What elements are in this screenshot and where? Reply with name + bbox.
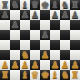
square-a1[interactable]: ♜ — [0, 70, 10, 80]
square-h6[interactable] — [70, 20, 80, 30]
white-pawn[interactable]: ♟ — [1, 60, 10, 70]
black-pawn[interactable]: ♟ — [71, 10, 80, 20]
square-h7[interactable]: ♟ — [70, 10, 80, 20]
square-e1[interactable]: ♚ — [40, 70, 50, 80]
square-g3[interactable] — [60, 50, 70, 60]
square-h2[interactable]: ♟ — [70, 60, 80, 70]
square-d2[interactable]: ♟ — [30, 60, 40, 70]
white-king[interactable]: ♚ — [41, 70, 50, 80]
black-pawn[interactable]: ♟ — [31, 10, 40, 20]
square-b5[interactable] — [10, 30, 20, 40]
square-e8[interactable]: ♚ — [40, 0, 50, 10]
square-d5[interactable] — [30, 30, 40, 40]
white-rook[interactable]: ♜ — [1, 70, 10, 80]
square-h5[interactable] — [70, 30, 80, 40]
square-a4[interactable] — [0, 40, 10, 50]
square-b7[interactable] — [10, 10, 20, 20]
square-g2[interactable]: ♟ — [60, 60, 70, 70]
square-b3[interactable] — [10, 50, 20, 60]
black-rook[interactable]: ♜ — [1, 0, 10, 10]
square-g1[interactable]: ♞ — [60, 70, 70, 80]
black-pawn[interactable]: ♟ — [11, 20, 20, 30]
square-g6[interactable] — [60, 20, 70, 30]
square-c4[interactable] — [20, 40, 30, 50]
square-e7[interactable] — [40, 10, 50, 20]
white-pawn[interactable]: ♟ — [61, 60, 70, 70]
black-knight[interactable]: ♞ — [61, 0, 70, 10]
square-f4[interactable] — [50, 40, 60, 50]
square-e4[interactable] — [40, 40, 50, 50]
square-c7[interactable]: ♟ — [20, 10, 30, 20]
square-e2[interactable] — [40, 60, 50, 70]
white-knight[interactable]: ♞ — [61, 70, 70, 80]
square-f2[interactable]: ♟ — [50, 60, 60, 70]
square-c8[interactable]: ♝ — [20, 0, 30, 10]
black-bishop[interactable]: ♝ — [51, 0, 60, 10]
white-pawn[interactable]: ♟ — [51, 60, 60, 70]
black-pawn[interactable]: ♟ — [21, 10, 30, 20]
square-h8[interactable]: ♜ — [70, 0, 80, 10]
square-h3[interactable] — [70, 50, 80, 60]
square-h1[interactable]: ♜ — [70, 70, 80, 80]
square-d6[interactable] — [30, 20, 40, 30]
square-f6[interactable] — [50, 20, 60, 30]
square-c1[interactable]: ♝ — [20, 70, 30, 80]
black-queen[interactable]: ♛ — [31, 0, 40, 10]
square-h4[interactable] — [70, 40, 80, 50]
square-g7[interactable]: ♟ — [60, 10, 70, 20]
square-f7[interactable]: ♟ — [50, 10, 60, 20]
chess-board: ♜♞♝♛♚♝♞♜♟♟♟♟♟♟♟♟♞♟♟♟♟♟♟♟♟♜♝♛♚♝♞♜ — [0, 0, 80, 80]
square-b1[interactable] — [10, 70, 20, 80]
square-b6[interactable]: ♟ — [10, 20, 20, 30]
white-knight[interactable]: ♞ — [21, 50, 30, 60]
square-f5[interactable] — [50, 30, 60, 40]
square-f1[interactable]: ♝ — [50, 70, 60, 80]
white-bishop[interactable]: ♝ — [21, 70, 30, 80]
white-pawn[interactable]: ♟ — [31, 60, 40, 70]
black-bishop[interactable]: ♝ — [21, 0, 30, 10]
square-a6[interactable] — [0, 20, 10, 30]
white-pawn[interactable]: ♟ — [71, 60, 80, 70]
square-g5[interactable] — [60, 30, 70, 40]
black-pawn[interactable]: ♟ — [51, 10, 60, 20]
white-pawn[interactable]: ♟ — [41, 50, 50, 60]
square-c3[interactable]: ♞ — [20, 50, 30, 60]
square-d8[interactable]: ♛ — [30, 0, 40, 10]
square-a2[interactable]: ♟ — [0, 60, 10, 70]
square-c5[interactable] — [20, 30, 30, 40]
square-a5[interactable] — [0, 30, 10, 40]
square-d4[interactable] — [30, 40, 40, 50]
square-e5[interactable]: ♟ — [40, 30, 50, 40]
square-b2[interactable]: ♟ — [10, 60, 20, 70]
black-pawn[interactable]: ♟ — [61, 10, 70, 20]
square-e3[interactable]: ♟ — [40, 50, 50, 60]
square-g4[interactable] — [60, 40, 70, 50]
white-bishop[interactable]: ♝ — [51, 70, 60, 80]
square-c2[interactable]: ♟ — [20, 60, 30, 70]
square-f3[interactable] — [50, 50, 60, 60]
black-rook[interactable]: ♜ — [71, 0, 80, 10]
white-queen[interactable]: ♛ — [31, 70, 40, 80]
square-a3[interactable] — [0, 50, 10, 60]
square-d1[interactable]: ♛ — [30, 70, 40, 80]
square-b8[interactable]: ♞ — [10, 0, 20, 10]
square-b4[interactable] — [10, 40, 20, 50]
square-e6[interactable] — [40, 20, 50, 30]
square-a8[interactable]: ♜ — [0, 0, 10, 10]
square-a7[interactable]: ♟ — [0, 10, 10, 20]
white-rook[interactable]: ♜ — [71, 70, 80, 80]
square-g8[interactable]: ♞ — [60, 0, 70, 10]
black-knight[interactable]: ♞ — [11, 0, 20, 10]
white-pawn[interactable]: ♟ — [21, 60, 30, 70]
square-d3[interactable] — [30, 50, 40, 60]
black-king[interactable]: ♚ — [41, 0, 50, 10]
square-c6[interactable] — [20, 20, 30, 30]
square-f8[interactable]: ♝ — [50, 0, 60, 10]
black-pawn[interactable]: ♟ — [41, 30, 50, 40]
square-d7[interactable]: ♟ — [30, 10, 40, 20]
chess-board-container: ♜♞♝♛♚♝♞♜♟♟♟♟♟♟♟♟♞♟♟♟♟♟♟♟♟♜♝♛♚♝♞♜ — [0, 0, 80, 80]
white-pawn[interactable]: ♟ — [11, 60, 20, 70]
black-pawn[interactable]: ♟ — [1, 10, 10, 20]
